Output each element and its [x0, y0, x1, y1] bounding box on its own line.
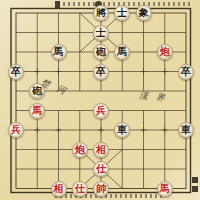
piece-red-仕[interactable]: 仕	[93, 161, 109, 177]
piece-red-兵[interactable]: 兵	[93, 103, 109, 119]
piece-black-卒[interactable]: 卒	[178, 64, 194, 80]
piece-glyph: 車	[181, 125, 191, 135]
piece-black-象[interactable]: 象	[136, 5, 152, 21]
piece-red-帥[interactable]: 帥	[93, 181, 109, 197]
piece-glyph: 卒	[96, 66, 106, 76]
piece-glyph: 士	[117, 8, 127, 18]
piece-red-馬[interactable]: 馬	[157, 181, 173, 197]
top-left-stamp	[55, 1, 60, 8]
piece-black-卒[interactable]: 卒	[93, 64, 109, 80]
piece-red-炮[interactable]: 炮	[157, 44, 173, 60]
piece-glyph: 炮	[75, 144, 85, 154]
piece-glyph: 相	[54, 183, 64, 193]
bottom-caption-text	[55, 194, 165, 198]
piece-glyph: 馬	[54, 47, 64, 57]
piece-glyph: 馬	[32, 105, 42, 115]
piece-glyph: 卒	[181, 66, 191, 76]
piece-glyph: 象	[139, 8, 149, 18]
piece-red-兵[interactable]: 兵	[8, 122, 24, 138]
piece-red-仕[interactable]: 仕	[72, 181, 88, 197]
piece-glyph: 兵	[11, 125, 21, 135]
piece-glyph: 仕	[96, 164, 106, 174]
piece-glyph: 馬	[160, 183, 170, 193]
piece-glyph: 砲	[96, 47, 106, 57]
piece-glyph: 仕	[75, 183, 85, 193]
piece-glyph: 馬	[117, 47, 127, 57]
piece-glyph: 卒	[11, 66, 21, 76]
piece-red-相[interactable]: 相	[93, 142, 109, 158]
piece-black-馬[interactable]: 馬	[51, 44, 67, 60]
piece-glyph: 相	[96, 144, 106, 154]
bottom-right-stamp-1	[192, 177, 198, 183]
piece-black-將[interactable]: 將	[93, 5, 109, 21]
piece-black-砲[interactable]: 砲	[93, 44, 109, 60]
piece-glyph: 兵	[96, 105, 106, 115]
piece-red-炮[interactable]: 炮	[72, 142, 88, 158]
piece-red-相[interactable]: 相	[51, 181, 67, 197]
piece-glyph: 帥	[96, 183, 106, 193]
piece-black-車[interactable]: 車	[178, 122, 194, 138]
bottom-right-stamp-2	[192, 186, 198, 192]
xiangqi-board-photo: 楚河 漢界 將士象士馬砲馬炮卒卒卒砲馬兵兵車車炮相仕相仕帥馬	[0, 0, 200, 200]
piece-black-士[interactable]: 士	[93, 25, 109, 41]
piece-glyph: 將	[96, 8, 106, 18]
piece-glyph: 士	[96, 27, 106, 37]
piece-black-卒[interactable]: 卒	[8, 64, 24, 80]
piece-glyph: 炮	[160, 47, 170, 57]
piece-glyph: 砲	[32, 86, 42, 96]
piece-glyph: 車	[117, 125, 127, 135]
piece-red-馬[interactable]: 馬	[29, 103, 45, 119]
